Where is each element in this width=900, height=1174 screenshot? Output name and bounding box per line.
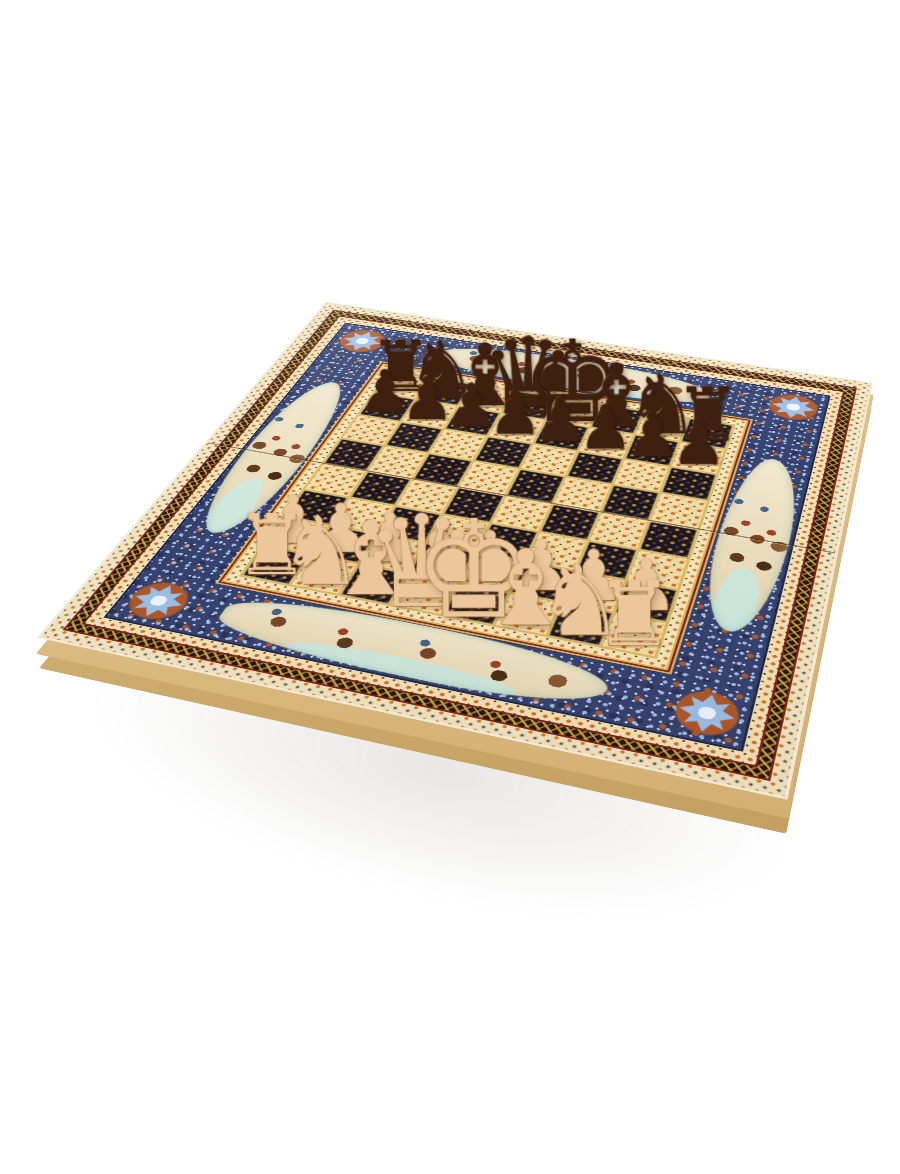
corner-medallion-bottom-right: [662, 681, 750, 746]
star-rosette-icon: [769, 393, 817, 421]
photo-scene: ♜♞♝♛♚♝♞♜♟♟♟♟♟♟♟♟♟♟♟♟♟♟♟♟♜♞♝♛♚♝♞♜: [0, 0, 900, 1174]
star-rosette-icon: [674, 689, 739, 737]
star-rosette-icon: [124, 581, 194, 621]
corner-medallion-bottom-left: [111, 574, 205, 628]
corner-medallion-top-right: [760, 389, 825, 426]
corner-medallion-top-left: [327, 325, 396, 357]
star-rosette-icon: [337, 329, 388, 353]
